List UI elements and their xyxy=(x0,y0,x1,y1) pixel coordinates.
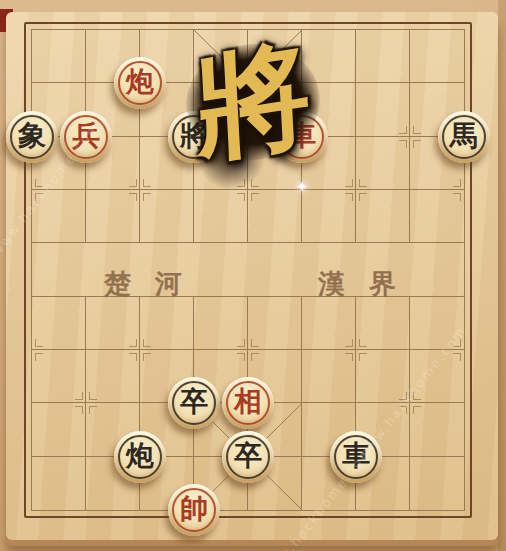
piece-glyph: 卒 xyxy=(180,388,208,416)
piece-glyph: 將 xyxy=(180,122,208,150)
piece-red-chariot[interactable]: 車 xyxy=(276,111,328,163)
piece-black-general[interactable]: 將 xyxy=(168,111,220,163)
position-marker xyxy=(128,338,152,362)
xiangqi-screenshot: 楚河 漢界 象兵炮將車馬卒相炮卒車帥 將 ✦ www.hackhome.com … xyxy=(0,0,506,551)
piece-glyph: 帥 xyxy=(180,495,208,523)
piece-glyph: 卒 xyxy=(234,442,262,470)
position-marker xyxy=(344,178,368,202)
piece-glyph: 馬 xyxy=(450,122,478,150)
piece-red-pawn[interactable]: 兵 xyxy=(60,111,112,163)
piece-black-elephant[interactable]: 象 xyxy=(6,111,58,163)
piece-black-cannon[interactable]: 炮 xyxy=(114,431,166,483)
river-label-chu: 楚河 xyxy=(104,266,206,302)
piece-red-cannon[interactable]: 炮 xyxy=(114,57,166,109)
piece-red-elephant[interactable]: 相 xyxy=(222,377,274,429)
position-marker xyxy=(74,391,98,415)
board-cell xyxy=(32,243,86,296)
position-marker xyxy=(398,391,422,415)
river-label-han: 漢界 xyxy=(318,266,420,302)
piece-glyph: 象 xyxy=(18,122,46,150)
board-cell xyxy=(32,30,86,83)
piece-glyph: 炮 xyxy=(126,442,154,470)
background-seam xyxy=(498,0,506,551)
board-cell xyxy=(302,30,356,83)
piece-black-chariot[interactable]: 車 xyxy=(330,431,382,483)
piece-black-horse[interactable]: 馬 xyxy=(438,111,490,163)
piece-black-soldier[interactable]: 卒 xyxy=(168,377,220,429)
piece-red-general[interactable]: 帥 xyxy=(168,484,220,536)
position-marker xyxy=(236,338,260,362)
position-marker xyxy=(128,178,152,202)
position-marker xyxy=(236,178,260,202)
board-cell xyxy=(248,243,302,296)
board-cell xyxy=(410,30,464,83)
position-marker xyxy=(344,338,368,362)
board-cell xyxy=(194,30,248,83)
piece-glyph: 炮 xyxy=(126,68,154,96)
piece-glyph: 相 xyxy=(234,388,262,416)
piece-black-soldier[interactable]: 卒 xyxy=(222,431,274,483)
piece-glyph: 車 xyxy=(342,442,370,470)
board-cell xyxy=(32,457,86,510)
piece-glyph: 車 xyxy=(288,122,316,150)
piece-glyph: 兵 xyxy=(72,122,100,150)
board-cell xyxy=(248,30,302,83)
board-cell xyxy=(356,30,410,83)
board-cell xyxy=(410,457,464,510)
position-marker xyxy=(398,125,422,149)
